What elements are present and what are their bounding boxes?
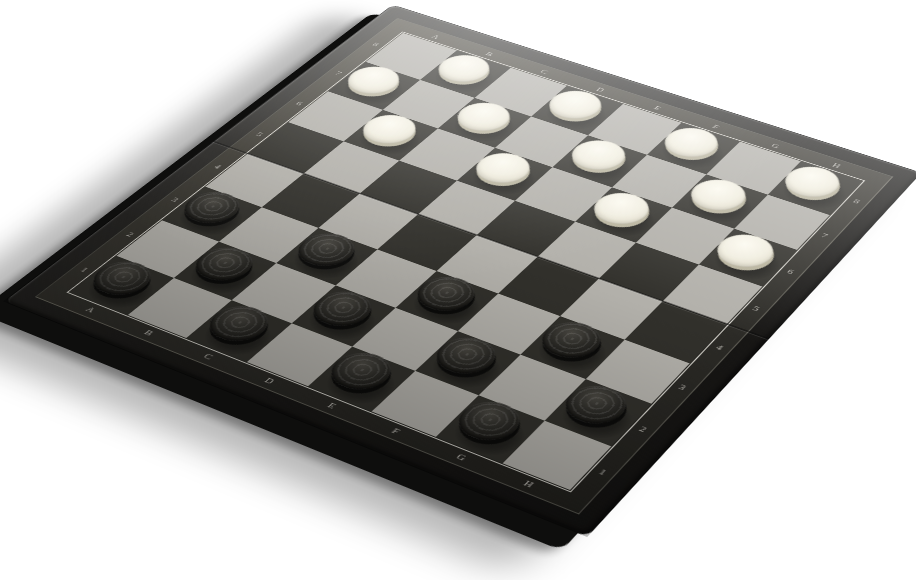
photo-canvas: ABCDEFGHABCDEFGH8765432187654321 xyxy=(0,0,916,580)
checkers-board: ABCDEFGHABCDEFGH8765432187654321 xyxy=(70,33,862,490)
